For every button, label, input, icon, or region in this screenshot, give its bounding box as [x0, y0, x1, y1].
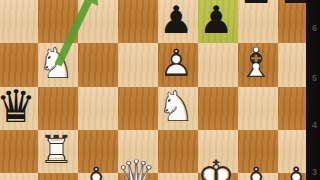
rank-label-4: 4	[312, 120, 317, 130]
white-knight-outline-glyph: ♘	[156, 85, 196, 128]
piece-white-queen-d2[interactable]: ♛♕	[116, 173, 156, 180]
black-queen-glyph: ♛	[0, 85, 36, 128]
chess-video-frame: ♟♟♟♟♞♘♟♙♝♗♛♞♘♜♖♟♙♛♕♚♔♟♙♟♙ 6543	[0, 0, 320, 180]
square-a2[interactable]	[0, 173, 38, 180]
square-d5[interactable]	[118, 43, 158, 87]
square-e2[interactable]	[158, 173, 198, 180]
rank-label-3: 3	[312, 167, 317, 177]
square-a6[interactable]	[0, 0, 38, 43]
black-pawn-glyph: ♟	[196, 0, 236, 41]
white-pawn-outline-glyph: ♙	[156, 41, 196, 85]
square-b2[interactable]	[38, 173, 78, 180]
chess-board: ♟♟♟♟♞♘♟♙♝♗♛♞♘♜♖♟♙♛♕♚♔♟♙♟♙	[0, 0, 318, 180]
square-e3[interactable]	[158, 130, 198, 173]
square-c6[interactable]	[78, 0, 118, 43]
piece-white-rook-b3[interactable]: ♜♖	[36, 130, 76, 173]
white-rook-outline-glyph: ♖	[36, 128, 76, 171]
square-d6[interactable]	[118, 0, 158, 43]
piece-white-bishop-g5[interactable]: ♝♗	[236, 43, 276, 87]
white-king-outline-glyph: ♔	[196, 155, 236, 180]
square-c4[interactable]	[78, 87, 118, 130]
black-pawn-glyph: ♟	[156, 0, 196, 41]
piece-white-knight-e4[interactable]: ♞♘	[156, 87, 196, 130]
black-pawn-glyph: ♟	[236, 0, 276, 11]
rank-label-5: 5	[312, 73, 317, 83]
piece-white-knight-b5[interactable]: ♞♘	[36, 43, 76, 87]
white-pawn-outline-glyph: ♙	[76, 159, 116, 180]
square-g4[interactable]	[238, 87, 278, 130]
square-b4[interactable]	[38, 87, 78, 130]
white-knight-outline-glyph: ♘	[36, 41, 76, 85]
piece-white-king-f2[interactable]: ♚♔	[196, 173, 236, 180]
piece-black-queen-a4[interactable]: ♛	[0, 87, 36, 130]
square-d4[interactable]	[118, 87, 158, 130]
white-bishop-outline-glyph: ♗	[236, 41, 276, 85]
square-f4[interactable]	[198, 87, 238, 130]
piece-white-pawn-c2[interactable]: ♟♙	[76, 173, 116, 180]
square-a3[interactable]	[0, 130, 38, 173]
piece-black-pawn-e6[interactable]: ♟	[156, 0, 196, 43]
square-b6[interactable]	[38, 0, 78, 43]
white-pawn-outline-glyph: ♙	[236, 159, 276, 180]
white-queen-outline-glyph: ♕	[116, 155, 156, 180]
piece-black-pawn-g7[interactable]: ♟	[236, 0, 276, 6]
square-c5[interactable]	[78, 43, 118, 87]
piece-white-pawn-g2[interactable]: ♟♙	[236, 173, 276, 180]
rank-label-6: 6	[312, 23, 317, 33]
square-f5[interactable]	[198, 43, 238, 87]
piece-black-pawn-f6[interactable]: ♟	[196, 0, 236, 43]
